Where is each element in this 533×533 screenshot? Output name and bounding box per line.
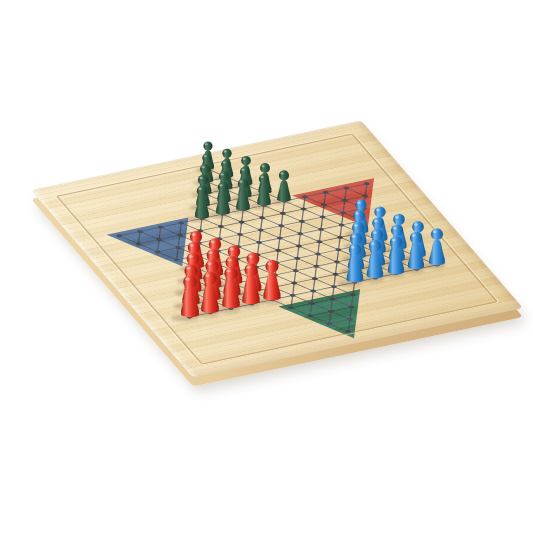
peg-green-14[interactable] [192,185,213,220]
product-photo-scene [0,0,533,533]
peg-red-44[interactable] [176,274,202,319]
peg-green-13[interactable] [212,181,232,216]
peg-green-8[interactable] [275,169,294,203]
game-board [31,120,523,377]
peg-green-10[interactable] [254,173,274,207]
peg-green-12[interactable] [233,177,253,211]
green-pawn-glyph [192,185,213,220]
star-lattice [31,120,523,377]
green-pawn-glyph [212,181,232,216]
green-pawn-glyph [233,177,253,211]
peg-blue-30[interactable] [363,239,387,280]
peg-blue-26[interactable] [405,231,428,271]
red-pawn-glyph [176,274,202,319]
green-pawn-glyph [254,173,274,207]
peg-blue-28[interactable] [384,235,408,276]
peg-blue-32[interactable] [342,243,366,285]
blue-pawn-glyph [342,243,366,285]
green-pawn-glyph [275,169,294,203]
blue-pawn-glyph [425,227,448,267]
blue-pawn-glyph [384,235,408,276]
blue-pawn-glyph [405,231,428,271]
blue-pawn-glyph [363,239,387,280]
peg-blue-23[interactable] [425,227,448,267]
